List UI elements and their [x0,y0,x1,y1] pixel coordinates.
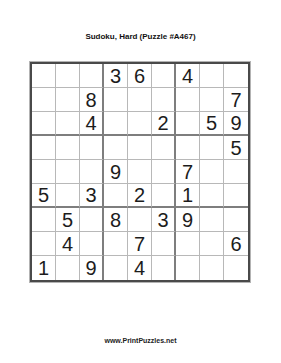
cell-r9c8[interactable] [200,256,224,280]
cell-r3c1[interactable] [32,112,56,136]
cell-r9c5[interactable]: 4 [128,256,152,280]
cell-r5c5[interactable] [128,160,152,184]
cell-r8c1[interactable] [32,232,56,256]
cell-r1c1[interactable] [32,64,56,88]
cell-r5c4[interactable]: 9 [104,160,128,184]
cell-r6c1[interactable]: 5 [32,184,56,208]
cell-r7c4[interactable]: 8 [104,208,128,232]
cell-r3c9[interactable]: 9 [224,112,248,136]
cell-r4c7[interactable] [176,136,200,160]
cell-r6c9[interactable] [224,184,248,208]
cell-r9c7[interactable] [176,256,200,280]
cell-r9c6[interactable] [152,256,176,280]
cell-r6c3[interactable]: 3 [80,184,104,208]
sudoku-board: 36487425959753215839476194 [30,62,250,282]
cell-r2c8[interactable] [200,88,224,112]
cell-r6c2[interactable] [56,184,80,208]
cell-r1c2[interactable] [56,64,80,88]
cell-r5c3[interactable] [80,160,104,184]
cell-r5c9[interactable] [224,160,248,184]
cell-r6c8[interactable] [200,184,224,208]
cell-r8c7[interactable] [176,232,200,256]
cell-r4c5[interactable] [128,136,152,160]
cell-r5c8[interactable] [200,160,224,184]
cell-r8c8[interactable] [200,232,224,256]
cell-r5c1[interactable] [32,160,56,184]
cell-r5c6[interactable] [152,160,176,184]
cell-r7c8[interactable] [200,208,224,232]
cell-r3c3[interactable]: 4 [80,112,104,136]
cell-r2c5[interactable] [128,88,152,112]
cell-r4c8[interactable] [200,136,224,160]
cell-r8c6[interactable] [152,232,176,256]
cell-r4c6[interactable] [152,136,176,160]
cell-r6c6[interactable] [152,184,176,208]
cell-r4c3[interactable] [80,136,104,160]
cell-r3c2[interactable] [56,112,80,136]
cell-r1c6[interactable] [152,64,176,88]
cell-r1c4[interactable]: 3 [104,64,128,88]
cell-r2c1[interactable] [32,88,56,112]
cell-r3c7[interactable] [176,112,200,136]
cell-r4c2[interactable] [56,136,80,160]
cell-r4c1[interactable] [32,136,56,160]
cell-r7c1[interactable] [32,208,56,232]
page: { "game": "sudoku", "title": "Sudoku, Ha… [0,0,281,363]
cell-r5c2[interactable] [56,160,80,184]
cell-r6c4[interactable] [104,184,128,208]
cell-r8c9[interactable]: 6 [224,232,248,256]
cell-r3c8[interactable]: 5 [200,112,224,136]
cell-r2c4[interactable] [104,88,128,112]
cell-r4c9[interactable]: 5 [224,136,248,160]
cell-r4c4[interactable] [104,136,128,160]
cell-r5c7[interactable]: 7 [176,160,200,184]
cell-r1c7[interactable]: 4 [176,64,200,88]
cell-r3c4[interactable] [104,112,128,136]
cell-r9c9[interactable] [224,256,248,280]
cell-r7c6[interactable]: 3 [152,208,176,232]
cell-r3c5[interactable] [128,112,152,136]
cell-r2c2[interactable] [56,88,80,112]
cell-r1c3[interactable] [80,64,104,88]
cell-r1c8[interactable] [200,64,224,88]
page-title: Sudoku, Hard (Puzzle #A467) [0,32,281,41]
footer-url: www.PrintPuzzles.net [0,337,281,344]
cell-r2c3[interactable]: 8 [80,88,104,112]
cell-r3c6[interactable]: 2 [152,112,176,136]
cell-r8c3[interactable] [80,232,104,256]
cell-r6c5[interactable]: 2 [128,184,152,208]
cell-r7c2[interactable]: 5 [56,208,80,232]
cell-r9c2[interactable] [56,256,80,280]
cell-r2c6[interactable] [152,88,176,112]
cell-r2c7[interactable] [176,88,200,112]
cell-r8c5[interactable]: 7 [128,232,152,256]
cell-r9c1[interactable]: 1 [32,256,56,280]
cell-r1c5[interactable]: 6 [128,64,152,88]
cell-r9c3[interactable]: 9 [80,256,104,280]
cell-r2c9[interactable]: 7 [224,88,248,112]
cell-r7c7[interactable]: 9 [176,208,200,232]
cell-r7c9[interactable] [224,208,248,232]
cell-r8c4[interactable] [104,232,128,256]
cell-r8c2[interactable]: 4 [56,232,80,256]
cell-r9c4[interactable] [104,256,128,280]
cell-r7c5[interactable] [128,208,152,232]
cell-r1c9[interactable] [224,64,248,88]
cell-r6c7[interactable]: 1 [176,184,200,208]
cell-r7c3[interactable] [80,208,104,232]
